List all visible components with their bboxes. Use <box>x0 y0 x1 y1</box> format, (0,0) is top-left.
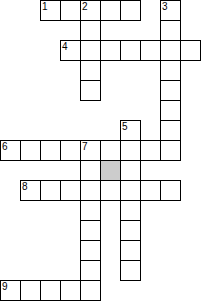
cell-r13-c6[interactable] <box>120 260 141 281</box>
cell-r0-c2[interactable]: 1 <box>40 0 61 21</box>
cell-r9-c3[interactable] <box>60 180 81 201</box>
cell-r14-c3[interactable] <box>60 280 81 301</box>
cell-r12-c4[interactable] <box>80 240 101 261</box>
cell-r11-c6[interactable] <box>120 220 141 241</box>
cell-r8-c4[interactable] <box>80 160 101 181</box>
cell-r3-c8[interactable] <box>160 60 181 81</box>
cell-r9-c5[interactable] <box>100 180 121 201</box>
cell-r7-c7[interactable] <box>140 140 161 161</box>
cell-r7-c6[interactable] <box>120 140 141 161</box>
cell-r7-c0[interactable]: 6 <box>0 140 21 161</box>
cell-r1-c8[interactable] <box>160 20 181 41</box>
cell-r3-c4[interactable] <box>80 60 101 81</box>
cell-r2-c9[interactable] <box>180 40 201 61</box>
cell-r9-c4[interactable] <box>80 180 101 201</box>
clue-number-9: 9 <box>2 281 8 292</box>
shaded-cell-r8-c5[interactable] <box>100 160 121 181</box>
cell-r9-c7[interactable] <box>140 180 161 201</box>
cell-r0-c5[interactable] <box>100 0 121 21</box>
cell-r9-c1[interactable]: 8 <box>20 180 41 201</box>
clue-number-4: 4 <box>62 41 68 52</box>
cell-r6-c8[interactable] <box>160 120 181 141</box>
cell-r12-c6[interactable] <box>120 240 141 261</box>
crossword-board: 123456789 <box>0 0 201 301</box>
cell-r2-c7[interactable] <box>140 40 161 61</box>
cell-r2-c6[interactable] <box>120 40 141 61</box>
cell-r0-c6[interactable] <box>120 0 141 21</box>
clue-number-1: 1 <box>42 1 48 12</box>
cell-r5-c8[interactable] <box>160 100 181 121</box>
cell-r13-c4[interactable] <box>80 260 101 281</box>
cell-r10-c4[interactable] <box>80 200 101 221</box>
clue-number-2: 2 <box>82 1 88 12</box>
cell-r14-c0[interactable]: 9 <box>0 280 21 301</box>
cell-r9-c2[interactable] <box>40 180 61 201</box>
cell-r2-c3[interactable]: 4 <box>60 40 81 61</box>
clue-number-6: 6 <box>2 141 8 152</box>
cell-r9-c6[interactable] <box>120 180 141 201</box>
crossword-page: 123456789 <box>0 0 201 301</box>
cell-r8-c6[interactable] <box>120 160 141 181</box>
cell-r11-c4[interactable] <box>80 220 101 241</box>
cell-r0-c8[interactable]: 3 <box>160 0 181 21</box>
cell-r4-c4[interactable] <box>80 80 101 101</box>
cell-r7-c4[interactable]: 7 <box>80 140 101 161</box>
cell-r1-c4[interactable] <box>80 20 101 41</box>
cell-r2-c8[interactable] <box>160 40 181 61</box>
clue-number-8: 8 <box>22 181 28 192</box>
cell-r2-c5[interactable] <box>100 40 121 61</box>
cell-r7-c1[interactable] <box>20 140 41 161</box>
cell-r9-c8[interactable] <box>160 180 181 201</box>
cell-r10-c6[interactable] <box>120 200 141 221</box>
cell-r7-c5[interactable] <box>100 140 121 161</box>
cell-r0-c4[interactable]: 2 <box>80 0 101 21</box>
cell-r7-c2[interactable] <box>40 140 61 161</box>
cell-r14-c2[interactable] <box>40 280 61 301</box>
clue-number-3: 3 <box>162 1 168 12</box>
cell-r14-c4[interactable] <box>80 280 101 301</box>
cell-r0-c3[interactable] <box>60 0 81 21</box>
cell-r7-c3[interactable] <box>60 140 81 161</box>
cell-r6-c6[interactable]: 5 <box>120 120 141 141</box>
cell-r7-c8[interactable] <box>160 140 181 161</box>
cell-r14-c1[interactable] <box>20 280 41 301</box>
cell-r4-c8[interactable] <box>160 80 181 101</box>
clue-number-7: 7 <box>82 141 88 152</box>
cell-r2-c4[interactable] <box>80 40 101 61</box>
clue-number-5: 5 <box>122 121 128 132</box>
